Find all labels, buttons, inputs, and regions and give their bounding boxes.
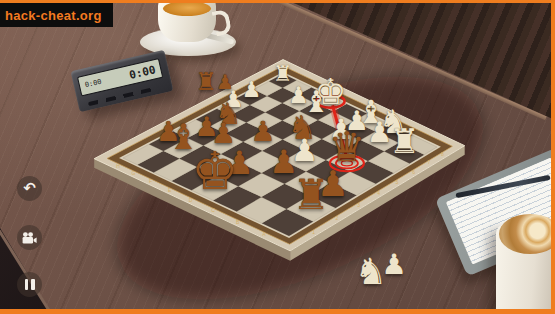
game-scene: 0:00 0:00 ABCDEFGH12345678 ♜♟♜♟♟♚♟♝♝♞♟♞♟… <box>0 0 555 314</box>
file-label-C: C <box>211 207 215 213</box>
piece-white-rook-a7[interactable]: ♜ <box>389 125 419 159</box>
piece-white-pawn-h6[interactable]: ♟ <box>242 79 262 101</box>
clock-right-display: 0:00 <box>128 63 157 82</box>
file-label-G: G <box>131 170 135 176</box>
captured-piece-black-rook: ♜ <box>195 70 217 94</box>
latte-art <box>499 214 555 254</box>
rank-label-5: 5 <box>396 179 399 185</box>
clock-left-display: 0:00 <box>84 78 102 90</box>
rank-label-2: 2 <box>336 215 339 221</box>
pause-button[interactable] <box>17 272 42 297</box>
rank-label-4: 4 <box>377 190 380 196</box>
pause-icon <box>25 279 35 290</box>
video-camera-icon <box>22 232 37 244</box>
rank-label-7: 7 <box>427 159 430 165</box>
tea-liquid <box>163 1 211 16</box>
piece-black-queen-b5[interactable]: ♛ <box>329 127 366 168</box>
coffee-cup <box>490 206 555 314</box>
captured-piece-white-knight: ♞ <box>355 254 387 290</box>
file-label-F: F <box>149 178 152 184</box>
piece-black-king-d1[interactable]: ♚ <box>192 145 239 197</box>
piece-black-pawn-e4[interactable]: ♟ <box>250 118 275 146</box>
rank-label-8: 8 <box>441 151 444 157</box>
rank-label-1: 1 <box>312 229 315 235</box>
rank-label-6: 6 <box>412 169 415 175</box>
record-button[interactable] <box>17 225 42 250</box>
undo-button[interactable]: ↶ <box>17 176 42 201</box>
file-label-H: H <box>116 163 120 169</box>
rank-label-3: 3 <box>357 202 360 208</box>
watermark-text: hack-cheat.org <box>5 8 102 23</box>
piece-black-rook-a2[interactable]: ♜ <box>292 174 329 216</box>
watermark-banner: hack-cheat.org <box>0 3 113 27</box>
undo-arrow-icon: ↶ <box>23 179 36 197</box>
